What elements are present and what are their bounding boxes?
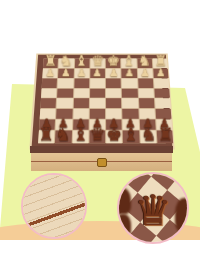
chess-piece-wB: ♝ [122,54,135,69]
chess-piece-bP: ♟ [41,117,52,129]
chess-piece-wR: ♜ [44,54,57,69]
square [122,99,138,109]
chess-piece-wP: ♟ [124,67,134,78]
chess-piece-wP: ♟ [61,67,71,78]
chess-piece-wP: ♟ [109,67,119,78]
square: ♟ [39,120,55,130]
square [40,109,56,119]
square: ♟ [56,120,72,130]
square: ♜ [152,58,167,68]
chess-piece-wP: ♟ [140,67,150,78]
square: ♜ [38,131,55,144]
square: ♝ [74,58,89,68]
wood-grain-texture [21,173,87,239]
square [154,88,170,97]
square: ♚ [106,58,121,68]
chess-piece-wN: ♞ [60,54,73,69]
square: ♞ [140,131,156,144]
square [106,88,121,97]
square [58,78,73,87]
square [90,88,105,97]
square [138,78,153,87]
square [74,88,89,97]
chess-piece-wP: ♟ [93,67,103,78]
chess-piece-bP: ♟ [108,117,119,129]
chess-piece-wB: ♝ [75,54,88,69]
square: ♟ [73,120,89,130]
square [73,99,89,109]
board-front-edge [30,146,173,153]
square [90,99,105,109]
square [122,88,137,97]
square [57,88,73,97]
square: ♟ [122,69,137,78]
square [57,99,73,109]
chess-piece-bP: ♟ [92,117,103,129]
square: ♜ [157,131,174,144]
square [106,99,121,109]
square [90,78,105,87]
chess-piece-wP: ♟ [45,67,55,78]
chess-piece-bP: ♟ [125,117,136,129]
board-front-face [31,153,172,171]
square [41,88,57,97]
square [138,88,154,97]
chess-piece-wP: ♟ [77,67,87,78]
square: ♟ [139,120,155,130]
square [154,78,170,87]
chess-board: ♜♞♝♛♚♝♞♜♟♟♟♟♟♟♟♟♟♟♟♟♟♟♟♟♜♞♝♛♚♝♞♜ [38,58,166,143]
product-photo: ♜♞♝♛♚♝♞♜♟♟♟♟♟♟♟♟♟♟♟♟♟♟♟♟♜♞♝♛♚♝♞♜ ♛ [0,0,200,280]
square: ♟ [106,69,121,78]
square: ♟ [58,69,73,78]
square [139,109,155,119]
square: ♞ [137,58,152,68]
square: ♝ [123,131,139,144]
square: ♟ [90,69,105,78]
chess-piece-bP: ♟ [159,117,170,129]
square: ♟ [74,69,89,78]
square [106,109,122,119]
square [106,78,121,87]
chess-piece-bP: ♟ [75,117,86,129]
chess-piece-wP: ♟ [156,67,166,78]
square: ♟ [137,69,152,78]
queen-piece-icon: ♛ [134,190,172,232]
square: ♟ [42,69,57,78]
square: ♝ [72,131,88,144]
square [122,109,138,119]
board-frame: ♜♞♝♛♚♝♞♜♟♟♟♟♟♟♟♟♟♟♟♟♟♟♟♟♜♞♝♛♚♝♞♜ [29,53,174,149]
square: ♟ [106,120,122,130]
dark-pieces-inset: ♛ [117,172,189,244]
brass-clasp [97,158,107,167]
square: ♚ [106,131,122,144]
square: ♛ [90,58,105,68]
square: ♞ [55,131,71,144]
square [74,78,89,87]
square: ♜ [43,58,58,68]
square: ♝ [121,58,136,68]
square: ♟ [156,120,172,130]
square: ♟ [123,120,139,130]
chess-piece-wR: ♜ [154,54,167,69]
square [42,78,58,87]
wood-grain-inset [21,173,87,239]
chess-piece-wQ: ♛ [91,54,104,69]
chess-piece-bP: ♟ [142,117,153,129]
square: ♞ [59,58,74,68]
square [155,109,171,119]
square [73,109,89,119]
square: ♟ [89,120,105,130]
square [138,99,154,109]
chess-piece-wN: ♞ [138,54,151,69]
chess-piece-bP: ♟ [58,117,69,129]
square [56,109,72,119]
square: ♟ [153,69,168,78]
square: ♛ [89,131,105,144]
square [89,109,105,119]
square [122,78,137,87]
square [40,99,56,109]
square [155,99,171,109]
chess-piece-wK: ♚ [107,54,120,69]
